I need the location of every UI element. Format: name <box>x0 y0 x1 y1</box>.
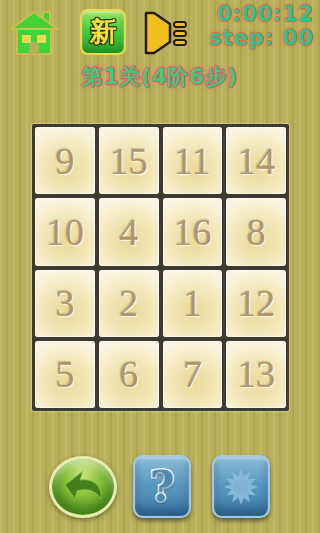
new-game-button[interactable]: 新 <box>80 9 126 55</box>
tile[interactable]: 15 <box>99 127 159 194</box>
tile[interactable]: 1 <box>163 270 223 337</box>
tile[interactable]: 11 <box>163 127 223 194</box>
tile[interactable]: 8 <box>226 198 286 265</box>
tile-number: 11 <box>174 142 211 180</box>
tile-number: 3 <box>55 284 74 322</box>
undo-button[interactable] <box>49 456 117 518</box>
level-title: 第1关(4阶6步) <box>0 63 320 91</box>
starburst-icon <box>219 465 263 509</box>
puzzle-board: 9 15 11 14 10 4 16 8 3 2 1 12 5 6 7 13 <box>32 124 289 411</box>
tile[interactable]: 14 <box>226 127 286 194</box>
top-bar: 新 0:00:12 step: 00 <box>0 0 320 60</box>
step-counter: step: 00 <box>209 27 314 51</box>
tile-number: 14 <box>237 142 275 180</box>
tile-number: 5 <box>55 355 74 393</box>
tile-number: 12 <box>237 284 275 322</box>
tile[interactable]: 7 <box>163 341 223 408</box>
tile[interactable]: 12 <box>226 270 286 337</box>
tile-number: 10 <box>46 213 84 251</box>
game-screen: 新 0:00:12 step: 00 第1关(4阶6步) 9 15 11 14 … <box>0 0 320 533</box>
tile[interactable]: 3 <box>35 270 95 337</box>
tile-number: 16 <box>173 213 211 251</box>
burst-button[interactable] <box>212 455 270 518</box>
tile[interactable]: 5 <box>35 341 95 408</box>
hud: 0:00:12 step: 00 <box>209 3 314 50</box>
tile[interactable]: 2 <box>99 270 159 337</box>
tile[interactable]: 9 <box>35 127 95 194</box>
sound-button[interactable] <box>140 10 192 56</box>
tile-number: 7 <box>183 355 202 393</box>
tile-number: 4 <box>119 213 138 251</box>
home-icon <box>9 10 59 56</box>
help-button[interactable]: ? <box>133 455 191 518</box>
tile-number: 1 <box>183 284 202 322</box>
new-game-label: 新 <box>90 19 117 46</box>
tile[interactable]: 6 <box>99 341 159 408</box>
tile-number: 6 <box>119 355 138 393</box>
home-button[interactable] <box>9 10 59 56</box>
undo-arrow-icon <box>59 467 107 507</box>
tile-number: 9 <box>55 142 74 180</box>
speaker-icon <box>140 10 192 56</box>
tile[interactable]: 16 <box>163 198 223 265</box>
tile[interactable]: 13 <box>226 341 286 408</box>
tile-number: 2 <box>119 284 138 322</box>
tile-number: 8 <box>247 213 266 251</box>
question-mark: ? <box>150 466 175 508</box>
tile[interactable]: 4 <box>99 198 159 265</box>
tile-number: 13 <box>237 355 275 393</box>
tile[interactable]: 10 <box>35 198 95 265</box>
timer-text: 0:00:12 <box>209 3 314 27</box>
tile-number: 15 <box>110 142 148 180</box>
